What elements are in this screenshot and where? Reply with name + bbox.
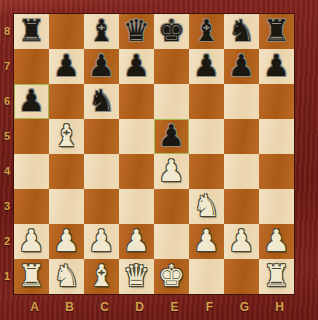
square-e5[interactable]: ♟ [154, 119, 189, 154]
square-e7[interactable] [154, 49, 189, 84]
square-g1[interactable] [224, 259, 259, 294]
square-g3[interactable] [224, 189, 259, 224]
black-queen[interactable]: ♛ [123, 13, 150, 48]
square-f5[interactable] [189, 119, 224, 154]
square-b2[interactable]: ♟ [49, 224, 84, 259]
square-b7[interactable]: ♟ [49, 49, 84, 84]
black-pawn[interactable]: ♟ [123, 48, 150, 83]
white-king[interactable]: ♚ [158, 258, 185, 293]
square-f1[interactable] [189, 259, 224, 294]
square-e2[interactable] [154, 224, 189, 259]
square-b3[interactable] [49, 189, 84, 224]
black-pawn[interactable]: ♟ [228, 48, 255, 83]
square-a8[interactable]: ♜ [14, 14, 49, 49]
rank-label-4: 4 [0, 154, 14, 189]
square-e4[interactable]: ♟ [154, 154, 189, 189]
rank-label-3: 3 [0, 189, 14, 224]
square-h5[interactable] [259, 119, 294, 154]
square-d1[interactable]: ♛ [119, 259, 154, 294]
chessboard-frame: ♜♝♛♚♝♞♜♟♟♟♟♟♟♟♞♝♟♟♞♟♟♟♟♟♟♟♜♞♝♛♚♜ 8765432… [0, 0, 318, 320]
square-a3[interactable] [14, 189, 49, 224]
square-f4[interactable] [189, 154, 224, 189]
white-rook[interactable]: ♜ [263, 258, 290, 293]
square-h7[interactable]: ♟ [259, 49, 294, 84]
square-b5[interactable]: ♝ [49, 119, 84, 154]
file-label-G: G [224, 297, 259, 319]
rank-label-6: 6 [0, 84, 14, 119]
square-e1[interactable]: ♚ [154, 259, 189, 294]
square-g4[interactable] [224, 154, 259, 189]
square-b1[interactable]: ♞ [49, 259, 84, 294]
square-b6[interactable] [49, 84, 84, 119]
white-rook[interactable]: ♜ [18, 258, 45, 293]
rank-label-7: 7 [0, 49, 14, 84]
file-label-H: H [259, 297, 294, 319]
black-bishop[interactable]: ♝ [193, 13, 220, 48]
square-h6[interactable] [259, 84, 294, 119]
black-knight[interactable]: ♞ [228, 13, 255, 48]
black-pawn[interactable]: ♟ [158, 118, 185, 153]
square-f8[interactable]: ♝ [189, 14, 224, 49]
board: ♜♝♛♚♝♞♜♟♟♟♟♟♟♟♞♝♟♟♞♟♟♟♟♟♟♟♜♞♝♛♚♜ [14, 14, 294, 294]
square-b8[interactable] [49, 14, 84, 49]
white-queen[interactable]: ♛ [123, 258, 150, 293]
rank-label-1: 1 [0, 259, 14, 294]
square-e8[interactable]: ♚ [154, 14, 189, 49]
white-bishop[interactable]: ♝ [53, 118, 80, 153]
file-label-E: E [154, 297, 189, 319]
white-pawn[interactable]: ♟ [193, 223, 220, 258]
file-label-A: A [14, 297, 49, 319]
square-c1[interactable]: ♝ [84, 259, 119, 294]
square-d3[interactable] [119, 189, 154, 224]
white-pawn[interactable]: ♟ [228, 223, 255, 258]
white-pawn[interactable]: ♟ [158, 153, 185, 188]
square-d8[interactable]: ♛ [119, 14, 154, 49]
file-label-B: B [49, 297, 84, 319]
square-d2[interactable]: ♟ [119, 224, 154, 259]
black-rook[interactable]: ♜ [18, 13, 45, 48]
square-b4[interactable] [49, 154, 84, 189]
square-f3[interactable]: ♞ [189, 189, 224, 224]
white-pawn[interactable]: ♟ [263, 223, 290, 258]
white-bishop[interactable]: ♝ [88, 258, 115, 293]
white-pawn[interactable]: ♟ [88, 223, 115, 258]
square-g8[interactable]: ♞ [224, 14, 259, 49]
black-pawn[interactable]: ♟ [88, 48, 115, 83]
square-f6[interactable] [189, 84, 224, 119]
square-e3[interactable] [154, 189, 189, 224]
white-knight[interactable]: ♞ [53, 258, 80, 293]
square-d7[interactable]: ♟ [119, 49, 154, 84]
square-c8[interactable]: ♝ [84, 14, 119, 49]
white-pawn[interactable]: ♟ [123, 223, 150, 258]
square-h2[interactable]: ♟ [259, 224, 294, 259]
square-c7[interactable]: ♟ [84, 49, 119, 84]
square-c3[interactable] [84, 189, 119, 224]
file-label-D: D [119, 297, 154, 319]
square-e6[interactable] [154, 84, 189, 119]
square-d4[interactable] [119, 154, 154, 189]
square-g7[interactable]: ♟ [224, 49, 259, 84]
square-f2[interactable]: ♟ [189, 224, 224, 259]
square-a7[interactable] [14, 49, 49, 84]
square-c2[interactable]: ♟ [84, 224, 119, 259]
square-a1[interactable]: ♜ [14, 259, 49, 294]
square-f7[interactable]: ♟ [189, 49, 224, 84]
square-c6[interactable]: ♞ [84, 84, 119, 119]
square-a4[interactable] [14, 154, 49, 189]
square-h8[interactable]: ♜ [259, 14, 294, 49]
square-h4[interactable] [259, 154, 294, 189]
black-king[interactable]: ♚ [158, 13, 185, 48]
file-label-F: F [189, 297, 224, 319]
square-a2[interactable]: ♟ [14, 224, 49, 259]
square-a6[interactable]: ♟ [14, 84, 49, 119]
square-g2[interactable]: ♟ [224, 224, 259, 259]
square-d5[interactable] [119, 119, 154, 154]
square-c5[interactable] [84, 119, 119, 154]
rank-label-2: 2 [0, 224, 14, 259]
file-label-C: C [84, 297, 119, 319]
square-g6[interactable] [224, 84, 259, 119]
white-knight[interactable]: ♞ [193, 188, 220, 223]
black-rook[interactable]: ♜ [263, 13, 290, 48]
white-pawn[interactable]: ♟ [53, 223, 80, 258]
rank-label-8: 8 [0, 14, 14, 49]
square-a5[interactable] [14, 119, 49, 154]
black-pawn[interactable]: ♟ [53, 48, 80, 83]
black-pawn[interactable]: ♟ [263, 48, 290, 83]
black-pawn[interactable]: ♟ [18, 83, 45, 118]
black-pawn[interactable]: ♟ [193, 48, 220, 83]
white-pawn[interactable]: ♟ [18, 223, 45, 258]
square-h3[interactable] [259, 189, 294, 224]
square-g5[interactable] [224, 119, 259, 154]
black-bishop[interactable]: ♝ [88, 13, 115, 48]
black-knight[interactable]: ♞ [88, 83, 115, 118]
square-d6[interactable] [119, 84, 154, 119]
square-h1[interactable]: ♜ [259, 259, 294, 294]
rank-label-5: 5 [0, 119, 14, 154]
square-c4[interactable] [84, 154, 119, 189]
